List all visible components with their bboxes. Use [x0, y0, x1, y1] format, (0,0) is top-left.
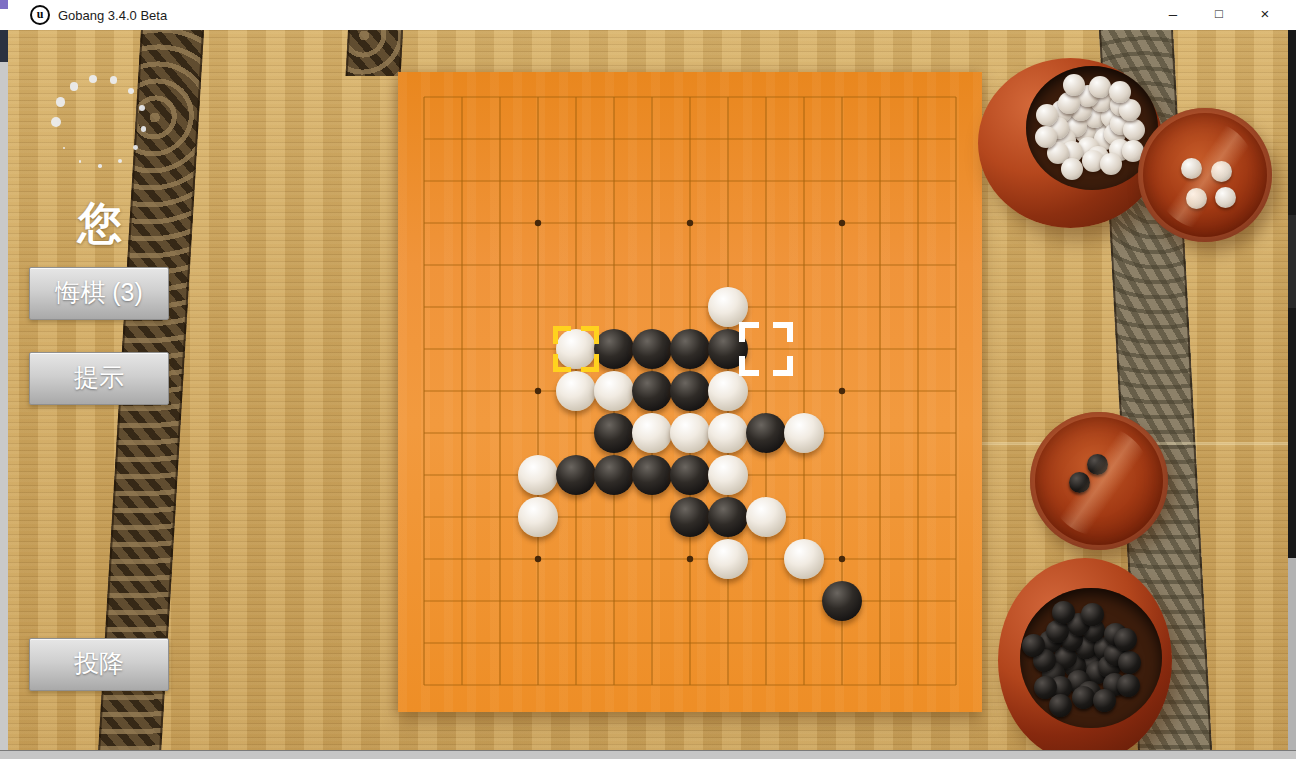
black-stone	[670, 371, 710, 411]
white-stone	[708, 371, 748, 411]
black-stone	[632, 455, 672, 495]
surrender-button[interactable]: 投降	[29, 638, 169, 691]
white-tray-stone	[1123, 119, 1145, 141]
last-move-highlight	[553, 326, 599, 372]
black-tray-stone	[1114, 628, 1137, 651]
black-stone	[670, 329, 710, 369]
spinner-dot	[133, 145, 138, 150]
spinner-dot	[79, 160, 82, 163]
black-tray-stone	[1049, 694, 1072, 717]
white-stone	[670, 413, 710, 453]
white-stone	[708, 287, 748, 327]
black-bowl-lid	[1030, 412, 1168, 550]
white-tray-stone	[1061, 158, 1083, 180]
black-stone	[556, 455, 596, 495]
close-button[interactable]: ×	[1242, 0, 1288, 30]
spinner-dot	[51, 117, 61, 127]
white-stone	[594, 371, 634, 411]
desktop-edge-gray	[1288, 558, 1296, 759]
star-point	[687, 220, 693, 226]
window-edge-dark	[0, 30, 8, 62]
black-stone	[632, 329, 672, 369]
star-point	[839, 556, 845, 562]
minimize-button[interactable]: –	[1150, 0, 1196, 30]
spinner-dot	[128, 88, 135, 95]
black-tray-stone	[1093, 689, 1116, 712]
white-stone	[518, 497, 558, 537]
black-tray-stone	[1069, 472, 1090, 493]
spinner-dot	[118, 159, 122, 163]
star-point	[839, 388, 845, 394]
window-edge-left	[0, 62, 8, 750]
black-tray-stone	[1118, 651, 1141, 674]
star-point	[839, 220, 845, 226]
black-stone-bowl	[998, 558, 1172, 759]
black-stone	[746, 413, 786, 453]
undo-button[interactable]: 悔棋 (3)	[29, 267, 169, 320]
black-tray-stone	[1052, 601, 1075, 624]
spinner-dot	[98, 164, 102, 168]
tatami-border-strip-center	[346, 30, 403, 76]
black-stone	[822, 581, 862, 621]
star-point	[535, 556, 541, 562]
black-tray-stone	[1081, 603, 1104, 626]
white-tray-stone	[1100, 153, 1122, 175]
spinner-dot	[141, 126, 146, 131]
white-stone	[632, 413, 672, 453]
window-title: Gobang 3.4.0 Beta	[58, 8, 167, 23]
goban-board[interactable]	[398, 72, 982, 712]
maximize-button[interactable]: □	[1196, 0, 1242, 30]
spinner-dot	[56, 97, 65, 106]
hint-button[interactable]: 提示	[29, 352, 169, 405]
black-stone	[708, 497, 748, 537]
black-stone	[594, 455, 634, 495]
hover-cursor	[739, 322, 793, 376]
black-stone-bowl-opening	[1020, 588, 1162, 728]
black-tray-stone	[1072, 686, 1095, 709]
star-point	[535, 388, 541, 394]
window-edge-bottom	[0, 750, 1296, 759]
black-stone	[632, 371, 672, 411]
white-stone	[708, 539, 748, 579]
white-stone	[784, 539, 824, 579]
white-stone-bowl	[978, 58, 1163, 228]
desktop-edge-block	[1288, 215, 1296, 308]
white-stone	[708, 455, 748, 495]
white-tray-stone	[1186, 188, 1207, 209]
white-stone	[708, 413, 748, 453]
black-stone	[594, 329, 634, 369]
title-bar: u Gobang 3.4.0 Beta – □ ×	[0, 0, 1296, 30]
black-stone	[594, 413, 634, 453]
black-stone	[670, 455, 710, 495]
black-tray-stone	[1022, 634, 1045, 657]
spinner-dot	[89, 75, 97, 83]
corner-notch	[0, 0, 8, 9]
white-stone	[746, 497, 786, 537]
tatami-room-scene: 您 悔棋 (3) 提示 投降	[0, 30, 1296, 759]
white-tray-stone	[1215, 187, 1236, 208]
player-turn-label: 您	[55, 194, 145, 253]
unreal-engine-app-icon: u	[30, 5, 50, 25]
black-tray-stone	[1117, 674, 1140, 697]
spinner-dot	[63, 147, 65, 149]
spinner-dot	[70, 82, 79, 91]
star-point	[535, 220, 541, 226]
black-tray-stone	[1087, 454, 1108, 475]
white-tray-stone	[1181, 158, 1202, 179]
spinner-dot	[110, 76, 117, 83]
black-stone	[670, 497, 710, 537]
white-stone	[556, 371, 596, 411]
white-stone	[784, 413, 824, 453]
white-stone	[518, 455, 558, 495]
waiting-spinner	[52, 74, 148, 170]
white-bowl-lid	[1138, 108, 1272, 242]
star-point	[687, 556, 693, 562]
white-tray-stone	[1211, 161, 1232, 182]
spinner-dot	[139, 105, 145, 111]
white-tray-stone	[1035, 126, 1057, 148]
